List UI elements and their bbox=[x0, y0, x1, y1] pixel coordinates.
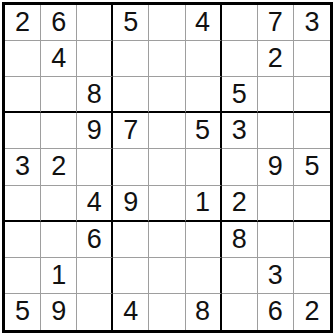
sudoku-cell[interactable] bbox=[113, 222, 149, 258]
sudoku-cell[interactable]: 2 bbox=[258, 41, 294, 77]
sudoku-cell[interactable] bbox=[294, 222, 330, 258]
sudoku-cell[interactable] bbox=[294, 77, 330, 113]
sudoku-cell[interactable] bbox=[222, 294, 258, 330]
sudoku-cell[interactable]: 3 bbox=[222, 113, 258, 149]
sudoku-cell[interactable] bbox=[186, 149, 222, 185]
sudoku-cell[interactable]: 5 bbox=[186, 113, 222, 149]
sudoku-cell[interactable] bbox=[222, 149, 258, 185]
sudoku-cell[interactable]: 2 bbox=[41, 149, 77, 185]
sudoku-cell[interactable]: 7 bbox=[258, 5, 294, 41]
sudoku-cell[interactable] bbox=[258, 222, 294, 258]
sudoku-cell[interactable] bbox=[149, 77, 185, 113]
sudoku-cell[interactable] bbox=[77, 149, 113, 185]
sudoku-cell[interactable]: 4 bbox=[41, 41, 77, 77]
sudoku-cell[interactable]: 3 bbox=[258, 258, 294, 294]
sudoku-cell[interactable] bbox=[258, 113, 294, 149]
sudoku-cell[interactable]: 4 bbox=[77, 186, 113, 222]
sudoku-cell[interactable] bbox=[41, 222, 77, 258]
sudoku-cell[interactable] bbox=[77, 5, 113, 41]
sudoku-cell[interactable] bbox=[5, 258, 41, 294]
sudoku-cell[interactable]: 4 bbox=[186, 5, 222, 41]
sudoku-cell[interactable]: 9 bbox=[258, 149, 294, 185]
sudoku-cell[interactable] bbox=[77, 41, 113, 77]
sudoku-cell[interactable] bbox=[294, 258, 330, 294]
sudoku-cell[interactable] bbox=[5, 77, 41, 113]
sudoku-cell[interactable] bbox=[294, 41, 330, 77]
sudoku-cell[interactable]: 6 bbox=[41, 5, 77, 41]
sudoku-cell[interactable]: 5 bbox=[294, 149, 330, 185]
sudoku-cell[interactable]: 8 bbox=[222, 222, 258, 258]
sudoku-cell[interactable] bbox=[186, 41, 222, 77]
sudoku-cell[interactable] bbox=[186, 77, 222, 113]
sudoku-cell[interactable]: 3 bbox=[5, 149, 41, 185]
sudoku-cell[interactable]: 5 bbox=[222, 77, 258, 113]
sudoku-cell[interactable] bbox=[258, 77, 294, 113]
sudoku-cell[interactable]: 4 bbox=[113, 294, 149, 330]
sudoku-cell[interactable] bbox=[149, 149, 185, 185]
sudoku-cell[interactable] bbox=[41, 77, 77, 113]
sudoku-board-frame: 26547342859753329549126813594862 bbox=[2, 2, 333, 333]
sudoku-cell[interactable]: 7 bbox=[113, 113, 149, 149]
sudoku-cell[interactable] bbox=[149, 41, 185, 77]
sudoku-cell[interactable] bbox=[149, 222, 185, 258]
sudoku-cell[interactable] bbox=[258, 186, 294, 222]
sudoku-cell[interactable] bbox=[5, 41, 41, 77]
sudoku-cell[interactable] bbox=[149, 113, 185, 149]
sudoku-cell[interactable] bbox=[113, 149, 149, 185]
sudoku-cell[interactable] bbox=[77, 258, 113, 294]
sudoku-cell[interactable] bbox=[77, 294, 113, 330]
sudoku-cell[interactable] bbox=[5, 113, 41, 149]
sudoku-cell[interactable] bbox=[113, 258, 149, 294]
sudoku-cell[interactable] bbox=[113, 77, 149, 113]
sudoku-cell[interactable]: 9 bbox=[41, 294, 77, 330]
sudoku-cell[interactable] bbox=[41, 113, 77, 149]
sudoku-cell[interactable] bbox=[222, 5, 258, 41]
sudoku-cell[interactable]: 8 bbox=[77, 77, 113, 113]
sudoku-cell[interactable] bbox=[149, 258, 185, 294]
sudoku-cell[interactable] bbox=[222, 41, 258, 77]
sudoku-cell[interactable]: 2 bbox=[5, 5, 41, 41]
sudoku-cell[interactable] bbox=[294, 186, 330, 222]
sudoku-cell[interactable]: 2 bbox=[222, 186, 258, 222]
sudoku-cell[interactable]: 2 bbox=[294, 294, 330, 330]
sudoku-cell[interactable]: 1 bbox=[41, 258, 77, 294]
sudoku-cell[interactable]: 9 bbox=[77, 113, 113, 149]
sudoku-cell[interactable]: 5 bbox=[113, 5, 149, 41]
sudoku-cell[interactable] bbox=[5, 186, 41, 222]
sudoku-cell[interactable]: 8 bbox=[186, 294, 222, 330]
sudoku-cell[interactable]: 3 bbox=[294, 5, 330, 41]
sudoku-cell[interactable]: 6 bbox=[77, 222, 113, 258]
sudoku-cell[interactable] bbox=[222, 258, 258, 294]
sudoku-cell[interactable]: 1 bbox=[186, 186, 222, 222]
sudoku-cell[interactable] bbox=[186, 258, 222, 294]
sudoku-cell[interactable] bbox=[186, 222, 222, 258]
sudoku-cell[interactable] bbox=[294, 113, 330, 149]
sudoku-cell[interactable] bbox=[149, 294, 185, 330]
sudoku-cell[interactable]: 5 bbox=[5, 294, 41, 330]
sudoku-cell[interactable] bbox=[41, 186, 77, 222]
sudoku-cell[interactable]: 9 bbox=[113, 186, 149, 222]
sudoku-cell[interactable] bbox=[113, 41, 149, 77]
sudoku-cell[interactable]: 6 bbox=[258, 294, 294, 330]
sudoku-cell[interactable] bbox=[149, 5, 185, 41]
sudoku-cell[interactable] bbox=[5, 222, 41, 258]
sudoku-board: 26547342859753329549126813594862 bbox=[2, 2, 333, 333]
sudoku-cell[interactable] bbox=[149, 186, 185, 222]
